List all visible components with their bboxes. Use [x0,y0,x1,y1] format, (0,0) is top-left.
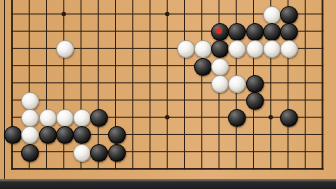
board-intersection[interactable] [107,143,124,160]
board-intersection[interactable] [228,40,245,57]
black-stone [228,23,246,41]
board-intersection[interactable] [245,23,262,40]
board-intersection[interactable] [38,126,55,143]
black-stone [228,109,246,127]
white-stone [228,75,246,93]
white-stone [263,6,281,24]
white-stone [21,92,39,110]
board-intersection[interactable] [210,23,227,40]
board-intersection[interactable] [228,74,245,91]
board-intersection[interactable] [193,40,210,57]
board-intersection[interactable] [279,5,296,22]
board-intersection[interactable] [72,143,89,160]
board-intersection[interactable] [55,126,72,143]
black-stone [73,126,91,144]
black-stone [39,126,57,144]
board-intersection[interactable] [279,40,296,57]
board-intersection[interactable] [245,74,262,91]
board-intersection[interactable] [21,143,38,160]
board-intersection[interactable] [72,109,89,126]
board-intersection[interactable] [210,40,227,57]
white-stone [194,40,212,58]
black-stone [194,58,212,76]
black-stone [56,126,74,144]
white-stone [228,40,246,58]
go-board[interactable] [0,0,336,180]
black-stone [211,40,229,58]
white-stone [263,40,281,58]
black-stone [246,23,264,41]
board-intersection[interactable] [193,57,210,74]
board-intersection[interactable] [90,109,107,126]
board-intersection[interactable] [262,5,279,22]
black-stone [90,109,108,127]
white-stone [177,40,195,58]
black-stone [280,23,298,41]
white-stone [211,58,229,76]
white-stone [21,109,39,127]
board-intersection[interactable] [210,74,227,91]
white-stone [56,40,74,58]
stones-layer [3,5,331,177]
board-intersection[interactable] [38,109,55,126]
black-stone [280,109,298,127]
white-stone [73,144,91,162]
bottom-bar [0,179,336,189]
white-stone [21,126,39,144]
board-intersection[interactable] [107,126,124,143]
board-intersection[interactable] [210,57,227,74]
go-app-screen [0,0,336,189]
board-intersection[interactable] [279,23,296,40]
white-stone [56,109,74,127]
board-intersection[interactable] [21,126,38,143]
white-stone [211,75,229,93]
black-stone [21,144,39,162]
black-stone [90,144,108,162]
board-intersection[interactable] [245,91,262,108]
black-stone [108,126,126,144]
white-stone [280,40,298,58]
board-intersection[interactable] [262,23,279,40]
black-stone [108,144,126,162]
board-intersection[interactable] [228,23,245,40]
board-intersection[interactable] [55,109,72,126]
board-intersection[interactable] [90,143,107,160]
white-stone [39,109,57,127]
board-intersection[interactable] [3,126,20,143]
black-stone [263,23,281,41]
board-intersection[interactable] [228,109,245,126]
black-stone [280,6,298,24]
board-intersection[interactable] [21,109,38,126]
white-stone [73,109,91,127]
board-intersection[interactable] [245,40,262,57]
board-intersection[interactable] [176,40,193,57]
black-stone [4,126,22,144]
board-intersection[interactable] [55,40,72,57]
black-stone [246,92,264,110]
board-intersection[interactable] [262,40,279,57]
board-intersection[interactable] [279,109,296,126]
board-intersection[interactable] [72,126,89,143]
black-stone [246,75,264,93]
white-stone [246,40,264,58]
board-intersection[interactable] [21,91,38,108]
